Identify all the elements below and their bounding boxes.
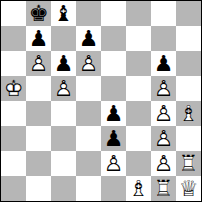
piece-outline-layer: ♗ bbox=[176, 101, 201, 126]
piece-outline-layer: ♖ bbox=[176, 151, 201, 176]
white-pawn[interactable]: ♟♙ bbox=[151, 76, 176, 101]
piece-outline-layer: ♙ bbox=[76, 51, 101, 76]
square-g1[interactable]: ♜♖ bbox=[151, 176, 176, 201]
black-pawn[interactable]: ♟ bbox=[101, 101, 126, 126]
white-rook[interactable]: ♜♖ bbox=[151, 176, 176, 201]
white-pawn[interactable]: ♟♙ bbox=[76, 51, 101, 76]
piece-glyph: ♝ bbox=[51, 1, 76, 26]
square-g4[interactable]: ♟♙ bbox=[151, 101, 176, 126]
square-e3[interactable]: ♟ bbox=[101, 126, 126, 151]
square-c6[interactable]: ♟ bbox=[51, 51, 76, 76]
piece-outline-layer: ♕ bbox=[176, 176, 201, 201]
square-c8[interactable]: ♝ bbox=[51, 1, 76, 26]
square-a3[interactable] bbox=[1, 126, 26, 151]
piece-outline-layer: ♙ bbox=[101, 151, 126, 176]
piece-outline-layer: ♗ bbox=[126, 176, 151, 201]
square-e8[interactable] bbox=[101, 1, 126, 26]
piece-outline-layer: ♙ bbox=[151, 101, 176, 126]
square-b7[interactable]: ♟ bbox=[26, 26, 51, 51]
square-g2[interactable]: ♟♙ bbox=[151, 151, 176, 176]
square-f5[interactable] bbox=[126, 76, 151, 101]
square-a1[interactable] bbox=[1, 176, 26, 201]
square-f7[interactable] bbox=[126, 26, 151, 51]
white-king[interactable]: ♚♔ bbox=[1, 76, 26, 101]
piece-glyph: ♟ bbox=[26, 26, 51, 51]
white-bishop[interactable]: ♝♗ bbox=[176, 101, 201, 126]
square-f6[interactable] bbox=[126, 51, 151, 76]
piece-outline-layer: ♔ bbox=[1, 76, 26, 101]
piece-outline-layer: ♙ bbox=[151, 126, 176, 151]
square-b5[interactable] bbox=[26, 76, 51, 101]
square-g6[interactable]: ♟ bbox=[151, 51, 176, 76]
square-g5[interactable]: ♟♙ bbox=[151, 76, 176, 101]
white-pawn[interactable]: ♟♙ bbox=[51, 76, 76, 101]
square-a7[interactable] bbox=[1, 26, 26, 51]
square-d2[interactable] bbox=[76, 151, 101, 176]
square-g8[interactable] bbox=[151, 1, 176, 26]
square-h2[interactable]: ♜♖ bbox=[176, 151, 201, 176]
square-b6[interactable]: ♟♙ bbox=[26, 51, 51, 76]
square-e2[interactable]: ♟♙ bbox=[101, 151, 126, 176]
piece-glyph: ♟ bbox=[101, 126, 126, 151]
piece-outline-layer: ♙ bbox=[151, 76, 176, 101]
white-queen[interactable]: ♛♕ bbox=[176, 176, 201, 201]
black-king[interactable]: ♚ bbox=[26, 1, 51, 26]
white-pawn[interactable]: ♟♙ bbox=[26, 51, 51, 76]
square-a4[interactable] bbox=[1, 101, 26, 126]
square-h7[interactable] bbox=[176, 26, 201, 51]
square-f3[interactable] bbox=[126, 126, 151, 151]
square-h3[interactable] bbox=[176, 126, 201, 151]
square-e1[interactable] bbox=[101, 176, 126, 201]
square-c1[interactable] bbox=[51, 176, 76, 201]
square-d4[interactable] bbox=[76, 101, 101, 126]
piece-glyph: ♟ bbox=[76, 26, 101, 51]
square-c4[interactable] bbox=[51, 101, 76, 126]
square-f1[interactable]: ♝♗ bbox=[126, 176, 151, 201]
black-bishop[interactable]: ♝ bbox=[51, 1, 76, 26]
square-c7[interactable] bbox=[51, 26, 76, 51]
piece-outline-layer: ♖ bbox=[151, 176, 176, 201]
square-d8[interactable] bbox=[76, 1, 101, 26]
black-pawn[interactable]: ♟ bbox=[101, 126, 126, 151]
chess-board: ♚♝♟♟♟♙♟♟♙♟♚♔♟♙♟♙♟♟♙♝♗♟♟♙♟♙♟♙♜♖♝♗♜♖♛♕ bbox=[0, 0, 202, 202]
square-e7[interactable] bbox=[101, 26, 126, 51]
square-e4[interactable]: ♟ bbox=[101, 101, 126, 126]
piece-outline-layer: ♙ bbox=[51, 76, 76, 101]
square-b4[interactable] bbox=[26, 101, 51, 126]
piece-glyph: ♟ bbox=[151, 51, 176, 76]
black-pawn[interactable]: ♟ bbox=[76, 26, 101, 51]
square-b3[interactable] bbox=[26, 126, 51, 151]
square-c2[interactable] bbox=[51, 151, 76, 176]
square-c5[interactable]: ♟♙ bbox=[51, 76, 76, 101]
square-a5[interactable]: ♚♔ bbox=[1, 76, 26, 101]
square-e6[interactable] bbox=[101, 51, 126, 76]
white-bishop[interactable]: ♝♗ bbox=[126, 176, 151, 201]
white-pawn[interactable]: ♟♙ bbox=[151, 126, 176, 151]
square-d3[interactable] bbox=[76, 126, 101, 151]
black-pawn[interactable]: ♟ bbox=[26, 26, 51, 51]
square-b1[interactable] bbox=[26, 176, 51, 201]
piece-glyph: ♚ bbox=[26, 1, 51, 26]
square-d7[interactable]: ♟ bbox=[76, 26, 101, 51]
piece-outline-layer: ♙ bbox=[26, 51, 51, 76]
square-h4[interactable]: ♝♗ bbox=[176, 101, 201, 126]
piece-glyph: ♟ bbox=[51, 51, 76, 76]
piece-outline-layer: ♙ bbox=[151, 151, 176, 176]
square-b2[interactable] bbox=[26, 151, 51, 176]
square-h8[interactable] bbox=[176, 1, 201, 26]
white-pawn[interactable]: ♟♙ bbox=[151, 101, 176, 126]
square-g7[interactable] bbox=[151, 26, 176, 51]
square-h6[interactable] bbox=[176, 51, 201, 76]
square-a6[interactable] bbox=[1, 51, 26, 76]
black-pawn[interactable]: ♟ bbox=[51, 51, 76, 76]
square-h5[interactable] bbox=[176, 76, 201, 101]
black-pawn[interactable]: ♟ bbox=[151, 51, 176, 76]
piece-glyph: ♟ bbox=[101, 101, 126, 126]
square-d5[interactable] bbox=[76, 76, 101, 101]
square-f2[interactable] bbox=[126, 151, 151, 176]
square-d6[interactable]: ♟♙ bbox=[76, 51, 101, 76]
white-pawn[interactable]: ♟♙ bbox=[101, 151, 126, 176]
square-b8[interactable]: ♚ bbox=[26, 1, 51, 26]
white-pawn[interactable]: ♟♙ bbox=[151, 151, 176, 176]
square-a2[interactable] bbox=[1, 151, 26, 176]
square-f4[interactable] bbox=[126, 101, 151, 126]
square-g3[interactable]: ♟♙ bbox=[151, 126, 176, 151]
square-a8[interactable] bbox=[1, 1, 26, 26]
square-h1[interactable]: ♛♕ bbox=[176, 176, 201, 201]
square-c3[interactable] bbox=[51, 126, 76, 151]
white-rook[interactable]: ♜♖ bbox=[176, 151, 201, 176]
square-f8[interactable] bbox=[126, 1, 151, 26]
square-d1[interactable] bbox=[76, 176, 101, 201]
square-e5[interactable] bbox=[101, 76, 126, 101]
